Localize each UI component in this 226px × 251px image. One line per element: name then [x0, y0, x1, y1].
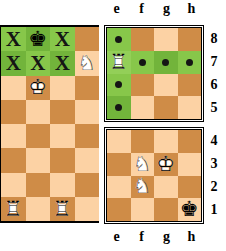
- file-labels-bottom: e f g h: [104, 229, 204, 245]
- square-d2[interactable]: [75, 173, 100, 197]
- square-d8[interactable]: [75, 27, 100, 51]
- square-d3[interactable]: [75, 148, 100, 172]
- square-a6[interactable]: [1, 76, 26, 100]
- square-a7[interactable]: X: [1, 51, 26, 75]
- move-dot: [115, 36, 122, 43]
- rank-label-5: 5: [205, 97, 223, 120]
- piece-glyph: ♘: [131, 153, 155, 176]
- rank-label-2: 2: [205, 176, 223, 199]
- square-a1[interactable]: ♜♖: [1, 197, 26, 221]
- square-f6[interactable]: [131, 74, 155, 97]
- piece-wK[interactable]: ♚♔: [26, 76, 51, 100]
- square-h3[interactable]: [178, 153, 202, 176]
- square-g7[interactable]: [154, 51, 178, 74]
- square-g2[interactable]: [154, 176, 178, 199]
- move-dot: [186, 59, 193, 66]
- square-g1[interactable]: [154, 198, 178, 221]
- square-c4[interactable]: [50, 124, 75, 148]
- piece-wN[interactable]: ♞♘: [131, 176, 155, 199]
- square-c8[interactable]: X: [50, 27, 75, 51]
- square-e2[interactable]: [107, 176, 131, 199]
- x-mark: X: [6, 53, 21, 74]
- piece-glyph: ♖: [1, 197, 26, 221]
- file-labels-top: e f g h: [104, 1, 204, 17]
- move-dot: [139, 59, 146, 66]
- rank-label-8: 8: [205, 27, 223, 50]
- square-a4[interactable]: [1, 124, 26, 148]
- rank-label-7: 7: [205, 50, 223, 73]
- square-d5[interactable]: [75, 100, 100, 124]
- rank-label-4: 4: [205, 129, 223, 152]
- square-a2[interactable]: [1, 173, 26, 197]
- square-h8[interactable]: [178, 28, 202, 51]
- square-e7[interactable]: ♜♖: [107, 51, 131, 74]
- piece-glyph: ♔: [26, 76, 51, 100]
- piece-glyph: ♖: [107, 51, 131, 74]
- square-g4[interactable]: [154, 130, 178, 153]
- piece-wN[interactable]: ♞♘: [75, 51, 100, 75]
- square-d4[interactable]: [75, 124, 100, 148]
- chess-lesson-diagram: X♚XXXX♞♘♚♔♜♖♜♖ ♜♖ ♞♘♚♔♞♘♚ e f g h e f g …: [0, 0, 226, 251]
- piece-glyph: ♔: [154, 153, 178, 176]
- rank-labels-bottom-board: 4 3 2 1: [205, 129, 223, 222]
- rank-label-1: 1: [205, 199, 223, 222]
- file-label-e: e: [104, 1, 129, 17]
- square-e6[interactable]: [107, 74, 131, 97]
- square-f8[interactable]: [131, 28, 155, 51]
- square-e3[interactable]: [107, 153, 131, 176]
- bottom-right-board: ♞♘♚♔♞♘♚: [104, 127, 204, 224]
- file-label-f: f: [129, 1, 154, 17]
- square-g3[interactable]: ♚♔: [154, 153, 178, 176]
- square-d7[interactable]: ♞♘: [75, 51, 100, 75]
- move-dot: [115, 104, 122, 111]
- square-a8[interactable]: X: [1, 27, 26, 51]
- square-h6[interactable]: [178, 74, 202, 97]
- square-b2[interactable]: [26, 173, 51, 197]
- square-h7[interactable]: [178, 51, 202, 74]
- square-f2[interactable]: ♞♘: [131, 176, 155, 199]
- square-b3[interactable]: [26, 148, 51, 172]
- square-b7[interactable]: X: [26, 51, 51, 75]
- rank-labels-top-board: 8 7 6 5: [205, 27, 223, 120]
- square-g6[interactable]: [154, 74, 178, 97]
- square-b4[interactable]: [26, 124, 51, 148]
- square-g5[interactable]: [154, 96, 178, 119]
- square-d6[interactable]: [75, 76, 100, 100]
- file-label-e: e: [104, 229, 129, 245]
- square-b5[interactable]: [26, 100, 51, 124]
- square-f1[interactable]: [131, 198, 155, 221]
- square-f5[interactable]: [131, 96, 155, 119]
- x-mark: X: [55, 53, 70, 74]
- x-mark: X: [6, 29, 21, 50]
- square-c6[interactable]: [50, 76, 75, 100]
- square-g8[interactable]: [154, 28, 178, 51]
- top-right-board: ♜♖: [104, 25, 204, 122]
- square-c5[interactable]: [50, 100, 75, 124]
- file-label-g: g: [154, 229, 179, 245]
- x-mark: X: [30, 53, 45, 74]
- file-label-f: f: [129, 229, 154, 245]
- square-b6[interactable]: ♚♔: [26, 76, 51, 100]
- rank-label-3: 3: [205, 152, 223, 175]
- square-h1[interactable]: ♚: [178, 198, 202, 221]
- square-f4[interactable]: [131, 130, 155, 153]
- square-e4[interactable]: [107, 130, 131, 153]
- file-label-g: g: [154, 1, 179, 17]
- square-h2[interactable]: [178, 176, 202, 199]
- square-a3[interactable]: [1, 148, 26, 172]
- piece-glyph: ♚: [26, 27, 51, 51]
- square-c1[interactable]: ♜♖: [50, 197, 75, 221]
- file-label-h: h: [179, 1, 204, 17]
- square-h5[interactable]: [178, 96, 202, 119]
- piece-wK[interactable]: ♚♔: [154, 153, 178, 176]
- square-f7[interactable]: [131, 51, 155, 74]
- piece-glyph: ♖: [50, 197, 75, 221]
- square-b1[interactable]: [26, 197, 51, 221]
- square-c3[interactable]: [50, 148, 75, 172]
- square-e5[interactable]: [107, 96, 131, 119]
- square-d1[interactable]: [75, 197, 100, 221]
- rank-label-6: 6: [205, 74, 223, 97]
- square-c7[interactable]: X: [50, 51, 75, 75]
- file-label-h: h: [179, 229, 204, 245]
- move-dot: [115, 81, 122, 88]
- move-dot: [162, 59, 169, 66]
- square-c2[interactable]: [50, 173, 75, 197]
- piece-wR[interactable]: ♜♖: [1, 197, 26, 221]
- square-a5[interactable]: [1, 100, 26, 124]
- square-h4[interactable]: [178, 130, 202, 153]
- piece-glyph: ♘: [131, 176, 155, 199]
- square-e8[interactable]: [107, 28, 131, 51]
- square-f3[interactable]: ♞♘: [131, 153, 155, 176]
- x-mark: X: [55, 29, 70, 50]
- piece-wR[interactable]: ♜♖: [107, 51, 131, 74]
- piece-glyph: ♚: [178, 198, 202, 221]
- square-e1[interactable]: [107, 198, 131, 221]
- piece-bK[interactable]: ♚: [26, 27, 51, 51]
- piece-wR[interactable]: ♜♖: [50, 197, 75, 221]
- piece-bK[interactable]: ♚: [178, 198, 202, 221]
- left-board-fragment: X♚XXXX♞♘♚♔♜♖♜♖: [0, 25, 99, 223]
- piece-wN[interactable]: ♞♘: [131, 153, 155, 176]
- piece-glyph: ♘: [75, 51, 100, 75]
- square-b8[interactable]: ♚: [26, 27, 51, 51]
